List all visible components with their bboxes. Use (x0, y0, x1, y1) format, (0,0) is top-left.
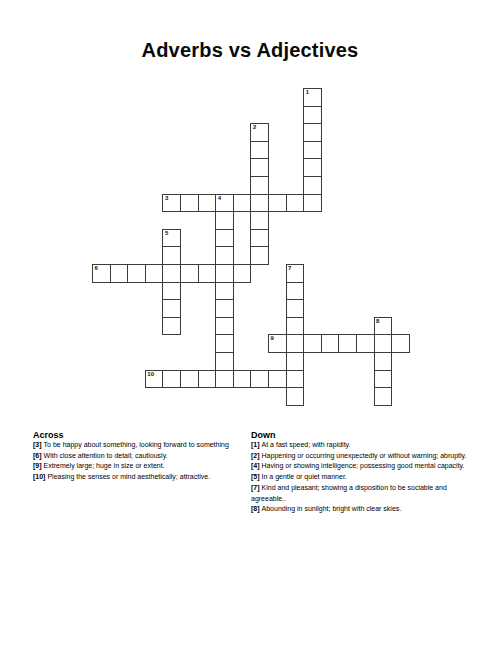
grid-cell[interactable] (162, 264, 181, 283)
across-heading: Across (33, 430, 249, 440)
grid-cell[interactable] (180, 194, 199, 213)
grid-cell[interactable] (374, 352, 393, 371)
grid-cell[interactable] (303, 194, 322, 213)
grid-cell[interactable]: 6 (92, 264, 111, 283)
grid-cell[interactable] (162, 370, 181, 389)
grid-cell[interactable] (162, 282, 181, 301)
clue-number-label: [8] (251, 505, 260, 512)
grid-cell[interactable] (303, 158, 322, 177)
grid-cell[interactable] (268, 194, 287, 213)
clue-number: 6 (95, 265, 98, 272)
grid-cell[interactable]: 10 (145, 370, 164, 389)
grid-cell[interactable]: 4 (215, 194, 234, 213)
grid-cell[interactable] (356, 334, 375, 353)
grid-cell[interactable] (215, 299, 234, 318)
grid-cell[interactable] (303, 176, 322, 195)
grid-cell[interactable] (233, 264, 252, 283)
grid-cell[interactable] (233, 370, 252, 389)
crossword-grid: 12345678910 (92, 88, 410, 406)
grid-cell[interactable] (286, 387, 305, 406)
clue-down-7: [7]Kind and pleasant; showing a disposit… (251, 483, 470, 504)
clue-number-label: [10] (33, 473, 45, 480)
clue-number: 10 (147, 371, 154, 378)
clue-down-8: [8]Abounding in sunlight; bright with cl… (251, 504, 470, 515)
grid-cell[interactable] (215, 352, 234, 371)
grid-cell[interactable] (391, 334, 410, 353)
grid-cell[interactable]: 1 (303, 88, 322, 107)
grid-cell[interactable]: 9 (268, 334, 287, 353)
clue-number: 3 (165, 195, 168, 202)
clue-text: Kind and pleasant; showing a disposition… (251, 484, 447, 502)
clue-number-label: [2] (251, 452, 260, 459)
grid-cell[interactable] (110, 264, 129, 283)
grid-cell[interactable] (303, 334, 322, 353)
clue-number-label: [3] (33, 441, 42, 448)
grid-cell[interactable] (250, 229, 269, 248)
grid-cell[interactable] (198, 194, 217, 213)
grid-cell[interactable] (215, 317, 234, 336)
grid-cell[interactable] (162, 299, 181, 318)
grid-cell[interactable] (215, 370, 234, 389)
grid-cell[interactable]: 5 (162, 229, 181, 248)
clue-text: Happening or occurring unexpectedly or w… (262, 452, 467, 459)
grid-cell[interactable] (321, 334, 340, 353)
grid-cell[interactable] (180, 264, 199, 283)
puzzle-title: Adverbs vs Adjectives (0, 39, 500, 62)
clue-down-2: [2]Happening or occurring unexpectedly o… (251, 451, 470, 462)
clue-text: Extremely large; huge in size or extent. (44, 462, 165, 469)
grid-cell[interactable] (233, 194, 252, 213)
clue-text: At a fast speed; with rapidity. (262, 441, 351, 448)
clue-down-5: [5]In a gentle or quiet manner. (251, 472, 470, 483)
clue-number: 8 (376, 318, 379, 325)
clue-number: 7 (288, 265, 291, 272)
clue-number: 1 (306, 89, 309, 96)
grid-cell[interactable] (180, 370, 199, 389)
clue-number-label: [5] (251, 473, 260, 480)
grid-cell[interactable] (198, 264, 217, 283)
grid-cell[interactable] (286, 334, 305, 353)
grid-cell[interactable] (286, 352, 305, 371)
clue-across-3: [3]To be happy about something, looking … (33, 440, 249, 451)
grid-cell[interactable] (215, 334, 234, 353)
grid-cell[interactable] (250, 370, 269, 389)
grid-cell[interactable] (145, 264, 164, 283)
clue-number-label: [4] (251, 462, 260, 469)
grid-cell[interactable] (250, 176, 269, 195)
grid-cell[interactable] (303, 106, 322, 125)
clue-text: With close attention to detail; cautious… (44, 452, 168, 459)
grid-cell[interactable] (215, 229, 234, 248)
grid-cell[interactable] (374, 387, 393, 406)
down-heading: Down (251, 430, 470, 440)
grid-cell[interactable] (127, 264, 146, 283)
grid-cell[interactable] (198, 370, 217, 389)
grid-cell[interactable] (303, 123, 322, 142)
clue-across-9: [9]Extremely large; huge in size or exte… (33, 461, 249, 472)
grid-cell[interactable] (250, 194, 269, 213)
clue-number: 4 (218, 195, 221, 202)
grid-cell[interactable] (374, 370, 393, 389)
crossword-page: Adverbs vs Adjectives 12345678910 Across… (0, 0, 500, 647)
clue-down-1: [1]At a fast speed; with rapidity. (251, 440, 470, 451)
clue-number-label: [7] (251, 484, 260, 491)
clue-number-label: [9] (33, 462, 42, 469)
grid-cell[interactable] (286, 282, 305, 301)
grid-cell[interactable] (215, 211, 234, 230)
clue-text: Pleasing the senses or mind aestheticall… (47, 473, 210, 480)
grid-cell[interactable] (286, 317, 305, 336)
grid-cell[interactable] (250, 141, 269, 160)
grid-cell[interactable] (162, 317, 181, 336)
grid-cell[interactable] (215, 246, 234, 265)
clue-across-6: [6]With close attention to detail; cauti… (33, 451, 249, 462)
clue-text: In a gentle or quiet manner. (262, 473, 347, 480)
across-clues-section: Across [3]To be happy about something, l… (33, 430, 249, 483)
grid-cell[interactable]: 2 (250, 123, 269, 142)
clue-number: 2 (253, 124, 256, 131)
clue-number-label: [6] (33, 452, 42, 459)
clue-number: 5 (165, 230, 168, 237)
grid-cell[interactable] (250, 211, 269, 230)
grid-cell[interactable]: 8 (374, 317, 393, 336)
clue-text: Having or showing intelligence; possessi… (262, 462, 465, 469)
grid-cell[interactable] (215, 264, 234, 283)
grid-cell[interactable] (338, 334, 357, 353)
clue-number-label: [1] (251, 441, 260, 448)
down-clues-section: Down [1]At a fast speed; with rapidity. … (251, 430, 470, 515)
grid-cell[interactable] (286, 299, 305, 318)
grid-cell[interactable] (162, 246, 181, 265)
clue-down-4: [4]Having or showing intelligence; posse… (251, 461, 470, 472)
clue-number: 9 (271, 335, 274, 342)
grid-cell[interactable] (374, 334, 393, 353)
grid-cell[interactable] (215, 282, 234, 301)
grid-cell[interactable] (250, 158, 269, 177)
clue-text: To be happy about something, looking for… (44, 441, 229, 448)
grid-cell[interactable] (250, 246, 269, 265)
grid-cell[interactable] (286, 194, 305, 213)
grid-cell[interactable] (303, 141, 322, 160)
grid-cell[interactable]: 7 (286, 264, 305, 283)
grid-cell[interactable] (268, 370, 287, 389)
grid-cell[interactable]: 3 (162, 194, 181, 213)
clue-text: Abounding in sunlight; bright with clear… (262, 505, 402, 512)
clue-across-10: [10]Pleasing the senses or mind aestheti… (33, 472, 249, 483)
grid-cell[interactable] (286, 370, 305, 389)
